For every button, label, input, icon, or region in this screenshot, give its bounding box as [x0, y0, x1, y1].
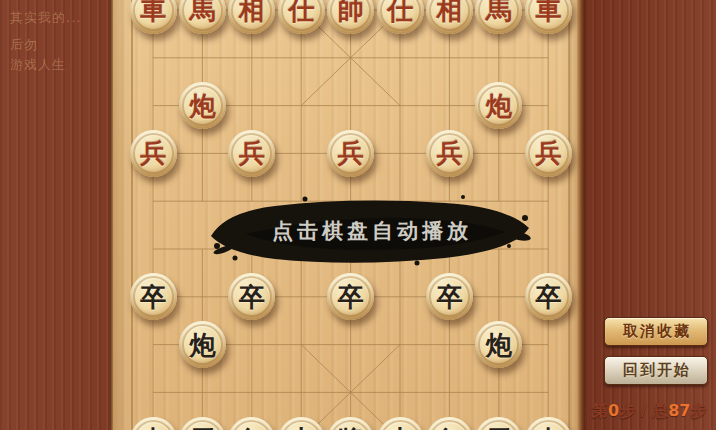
autoplay-hint-text: 点击棋盘自动播放	[205, 192, 535, 270]
step-counter: 第0步 / 总87步	[592, 401, 714, 422]
xiangqi-piece-red[interactable]: 兵	[130, 130, 177, 177]
autoplay-overlay[interactable]: 点击棋盘自动播放	[205, 192, 535, 270]
xiangqi-piece-red[interactable]: 兵	[426, 130, 473, 177]
back-to-start-button[interactable]: 回到开始	[604, 356, 708, 385]
xiangqi-piece-black[interactable]: 卒	[130, 273, 177, 320]
xiangqi-piece-red[interactable]: 兵	[228, 130, 275, 177]
cancel-favorite-button[interactable]: 取消收藏	[604, 317, 708, 346]
xiangqi-piece-black[interactable]: 炮	[179, 321, 226, 368]
xiangqi-piece-black[interactable]: 卒	[426, 273, 473, 320]
xiangqi-piece-red[interactable]: 炮	[179, 82, 226, 129]
left-comment-2: 后勿	[10, 36, 38, 54]
step-suffix: 步	[690, 401, 706, 420]
left-comment-3: 游戏人生	[10, 56, 66, 74]
step-total: 87	[668, 401, 690, 420]
xiangqi-piece-black[interactable]: 卒	[525, 273, 572, 320]
xiangqi-piece-red[interactable]: 兵	[525, 130, 572, 177]
step-prefix: 第	[592, 401, 608, 420]
step-middle: 步 / 总	[619, 401, 668, 420]
xiangqi-piece-red[interactable]: 兵	[327, 130, 374, 177]
app-root: 其实我的... 后勿 游戏人生 車馬相仕帥仕相馬車炮炮兵兵兵兵兵卒卒卒卒卒炮炮車…	[0, 0, 716, 430]
step-current: 0	[608, 401, 619, 420]
left-comment-1: 其实我的...	[10, 9, 81, 27]
